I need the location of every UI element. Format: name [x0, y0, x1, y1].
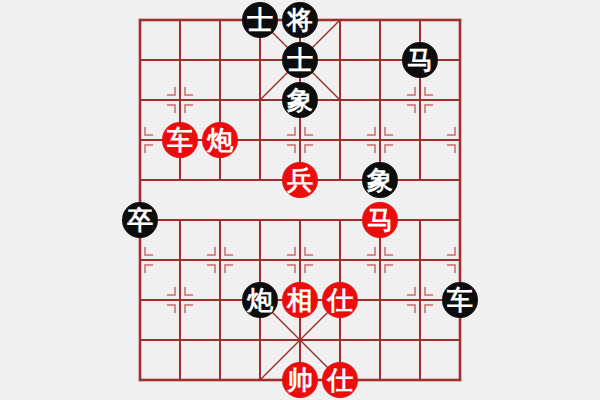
black-general[interactable]: 将	[282, 2, 318, 38]
black-elephant[interactable]: 象	[362, 162, 398, 198]
red-advisor[interactable]: 仕	[322, 282, 358, 318]
pieces-layer: 士将士马象车炮兵象卒马炮相仕车帅仕	[120, 0, 480, 400]
red-cannon[interactable]: 炮	[202, 122, 238, 158]
red-general[interactable]: 帅	[282, 362, 318, 398]
xiangqi-screenshot: 士将士马象车炮兵象卒马炮相仕车帅仕	[0, 0, 600, 400]
black-chariot[interactable]: 车	[442, 282, 478, 318]
black-soldier[interactable]: 卒	[122, 202, 158, 238]
red-elephant[interactable]: 相	[282, 282, 318, 318]
red-advisor[interactable]: 仕	[322, 362, 358, 398]
black-elephant[interactable]: 象	[282, 82, 318, 118]
black-cannon[interactable]: 炮	[242, 282, 278, 318]
red-soldier[interactable]: 兵	[282, 162, 318, 198]
black-advisor[interactable]: 士	[282, 42, 318, 78]
black-advisor[interactable]: 士	[242, 2, 278, 38]
red-horse[interactable]: 马	[362, 202, 398, 238]
red-chariot[interactable]: 车	[162, 122, 198, 158]
black-horse[interactable]: 马	[402, 42, 438, 78]
